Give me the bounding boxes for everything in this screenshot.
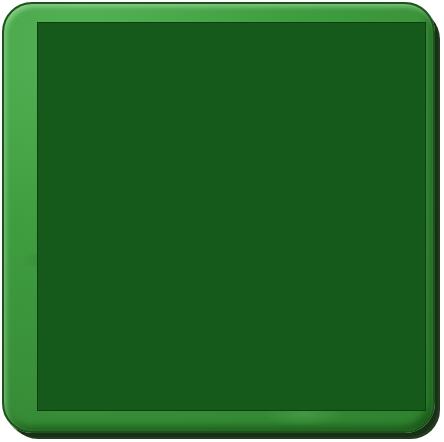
rank-labels: [10, 26, 36, 413]
file-labels: [38, 410, 425, 434]
chess-board: [38, 23, 425, 410]
board-frame: [2, 2, 435, 433]
chess-app-window: [0, 0, 444, 442]
